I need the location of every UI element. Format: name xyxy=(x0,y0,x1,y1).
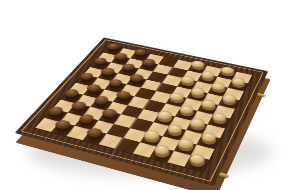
light-piece[interactable] xyxy=(221,94,238,104)
light-piece[interactable] xyxy=(220,66,236,75)
board-square-dark[interactable] xyxy=(150,147,174,163)
dark-piece[interactable] xyxy=(78,72,95,81)
board-square-dark[interactable] xyxy=(197,134,220,149)
light-piece[interactable] xyxy=(187,153,207,166)
board-square-dark[interactable] xyxy=(51,122,75,136)
dark-piece[interactable] xyxy=(105,42,121,50)
board-square-dark[interactable] xyxy=(185,156,209,172)
dark-piece[interactable] xyxy=(92,57,109,66)
dark-piece[interactable] xyxy=(62,88,80,98)
dark-piece[interactable] xyxy=(141,58,157,67)
light-piece[interactable] xyxy=(188,117,206,128)
dark-piece[interactable] xyxy=(120,63,137,72)
dark-piece[interactable] xyxy=(112,52,128,60)
dark-piece[interactable] xyxy=(132,48,148,56)
light-piece[interactable] xyxy=(190,60,206,69)
